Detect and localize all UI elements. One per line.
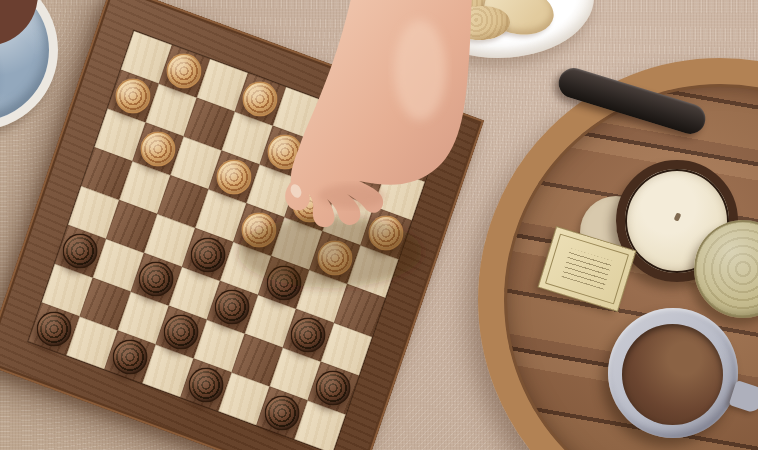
light-checker[interactable] <box>268 135 303 170</box>
dark-checker[interactable] <box>63 234 98 269</box>
light-checker[interactable] <box>116 79 151 114</box>
coffee-mug <box>608 308 738 438</box>
dark-checker[interactable] <box>265 395 300 430</box>
light-checker[interactable] <box>243 82 278 117</box>
dark-checker[interactable] <box>113 339 148 374</box>
biscuit-plate <box>402 0 594 58</box>
light-checker[interactable] <box>319 110 354 145</box>
coffee-surface <box>622 324 723 425</box>
light-checker[interactable] <box>369 215 404 250</box>
dark-checker[interactable] <box>316 371 351 406</box>
dark-checker[interactable] <box>189 367 224 402</box>
light-checker[interactable] <box>241 212 276 247</box>
tabletop-scene <box>0 0 758 450</box>
dark-checker[interactable] <box>37 311 72 346</box>
dark-checker[interactable] <box>190 237 225 272</box>
dark-checker[interactable] <box>215 290 250 325</box>
light-checker[interactable] <box>141 131 176 166</box>
light-checker[interactable] <box>317 240 352 275</box>
light-checker[interactable] <box>217 159 252 194</box>
dark-checker[interactable] <box>164 315 199 350</box>
dark-checker[interactable] <box>266 265 301 300</box>
light-checker[interactable] <box>167 54 202 89</box>
candle-wick-icon <box>674 212 682 221</box>
dark-checker[interactable] <box>291 318 326 353</box>
light-checker-held[interactable] <box>293 187 328 222</box>
dark-checker[interactable] <box>139 262 174 297</box>
label-text-lines <box>562 248 613 290</box>
